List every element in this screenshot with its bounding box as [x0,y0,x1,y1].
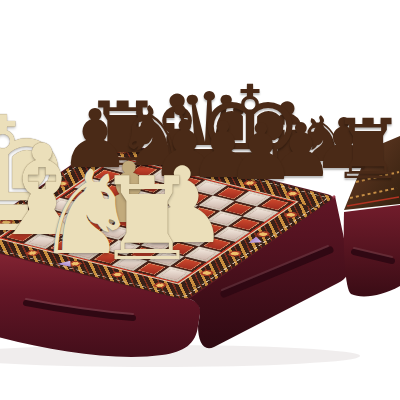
dark-rook-piece: ♜ [331,108,400,191]
pieces-layer: ♞♝♜♞♛♟♝♟♚♟♟♟♜♟♟♚♝♟♞♜ [0,0,400,400]
light-rook-piece: ♜ [95,162,198,277]
dark-pawn-piece: ♟ [226,113,296,191]
chess-set-photo: ♞♝♜♞♛♟♝♟♚♟♟♟♜♟♟♚♝♟♞♜ [0,0,400,400]
